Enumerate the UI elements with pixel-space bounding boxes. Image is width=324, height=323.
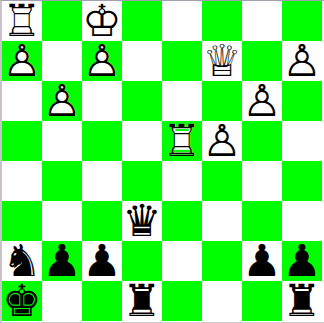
square-a8[interactable]: ♜♖ xyxy=(2,1,42,41)
piece-black-queen: ♛ xyxy=(122,201,162,241)
piece-black-pawn: ♟ xyxy=(42,241,82,281)
square-h5[interactable] xyxy=(282,121,322,161)
piece-white-queen-fill: ♛ xyxy=(202,41,242,81)
piece-white-pawn: ♙ xyxy=(82,41,122,81)
square-g3[interactable] xyxy=(242,201,282,241)
square-f7[interactable]: ♛♕ xyxy=(202,41,242,81)
piece-black-knight: ♞ xyxy=(2,241,42,281)
piece-white-king-fill: ♚ xyxy=(82,1,122,41)
piece-white-pawn-fill: ♟ xyxy=(82,41,122,81)
piece-black-rook: ♜ xyxy=(282,281,322,321)
piece-white-pawn-fill: ♟ xyxy=(2,41,42,81)
piece-white-pawn: ♙ xyxy=(282,41,322,81)
square-e4[interactable] xyxy=(162,161,202,201)
square-c5[interactable] xyxy=(82,121,122,161)
square-b2[interactable]: ♟ xyxy=(42,241,82,281)
piece-white-pawn-fill: ♟ xyxy=(42,81,82,121)
piece-white-rook-fill: ♜ xyxy=(2,1,42,41)
square-d1[interactable]: ♜ xyxy=(122,281,162,321)
square-c3[interactable] xyxy=(82,201,122,241)
square-f4[interactable] xyxy=(202,161,242,201)
square-g4[interactable] xyxy=(242,161,282,201)
piece-black-pawn: ♟ xyxy=(242,241,282,281)
square-h1[interactable]: ♜ xyxy=(282,281,322,321)
square-a1[interactable]: ♚ xyxy=(2,281,42,321)
square-a4[interactable] xyxy=(2,161,42,201)
chess-board: ♜♖♚♔♟♙♟♙♛♕♟♙♟♙♟♙♜♖♟♙♛♞♟♟♟♟♚♜♜ xyxy=(2,1,322,321)
square-d2[interactable] xyxy=(122,241,162,281)
square-f6[interactable] xyxy=(202,81,242,121)
piece-white-rook: ♖ xyxy=(2,1,42,41)
square-b5[interactable] xyxy=(42,121,82,161)
square-h4[interactable] xyxy=(282,161,322,201)
square-g6[interactable]: ♟♙ xyxy=(242,81,282,121)
square-d3[interactable]: ♛ xyxy=(122,201,162,241)
square-d7[interactable] xyxy=(122,41,162,81)
square-g8[interactable] xyxy=(242,1,282,41)
square-h6[interactable] xyxy=(282,81,322,121)
piece-white-king: ♔ xyxy=(82,1,122,41)
square-e2[interactable] xyxy=(162,241,202,281)
piece-white-pawn-fill: ♟ xyxy=(242,81,282,121)
square-g5[interactable] xyxy=(242,121,282,161)
square-d5[interactable] xyxy=(122,121,162,161)
piece-white-pawn: ♙ xyxy=(42,81,82,121)
square-a6[interactable] xyxy=(2,81,42,121)
square-b1[interactable] xyxy=(42,281,82,321)
square-h3[interactable] xyxy=(282,201,322,241)
square-c1[interactable] xyxy=(82,281,122,321)
square-f1[interactable] xyxy=(202,281,242,321)
piece-white-pawn: ♙ xyxy=(2,41,42,81)
square-b4[interactable] xyxy=(42,161,82,201)
piece-white-pawn-fill: ♟ xyxy=(202,121,242,161)
square-e1[interactable] xyxy=(162,281,202,321)
square-e6[interactable] xyxy=(162,81,202,121)
square-c8[interactable]: ♚♔ xyxy=(82,1,122,41)
square-c2[interactable]: ♟ xyxy=(82,241,122,281)
square-f5[interactable]: ♟♙ xyxy=(202,121,242,161)
piece-white-rook: ♖ xyxy=(162,121,202,161)
square-a5[interactable] xyxy=(2,121,42,161)
piece-black-king: ♚ xyxy=(2,281,42,321)
square-e7[interactable] xyxy=(162,41,202,81)
square-h8[interactable] xyxy=(282,1,322,41)
piece-white-pawn: ♙ xyxy=(242,81,282,121)
piece-white-rook-fill: ♜ xyxy=(162,121,202,161)
square-g2[interactable]: ♟ xyxy=(242,241,282,281)
square-a7[interactable]: ♟♙ xyxy=(2,41,42,81)
square-h7[interactable]: ♟♙ xyxy=(282,41,322,81)
piece-white-queen: ♕ xyxy=(202,41,242,81)
piece-black-pawn: ♟ xyxy=(82,241,122,281)
square-h2[interactable]: ♟ xyxy=(282,241,322,281)
square-b7[interactable] xyxy=(42,41,82,81)
piece-black-pawn: ♟ xyxy=(282,241,322,281)
square-e3[interactable] xyxy=(162,201,202,241)
square-f3[interactable] xyxy=(202,201,242,241)
square-c6[interactable] xyxy=(82,81,122,121)
square-c7[interactable]: ♟♙ xyxy=(82,41,122,81)
square-c4[interactable] xyxy=(82,161,122,201)
square-g1[interactable] xyxy=(242,281,282,321)
square-d4[interactable] xyxy=(122,161,162,201)
square-b8[interactable] xyxy=(42,1,82,41)
piece-white-pawn: ♙ xyxy=(202,121,242,161)
piece-black-rook: ♜ xyxy=(122,281,162,321)
board-frame: ♜♖♚♔♟♙♟♙♛♕♟♙♟♙♟♙♜♖♟♙♛♞♟♟♟♟♚♜♜ xyxy=(0,0,324,323)
piece-white-pawn-fill: ♟ xyxy=(282,41,322,81)
square-d8[interactable] xyxy=(122,1,162,41)
square-e8[interactable] xyxy=(162,1,202,41)
square-a2[interactable]: ♞ xyxy=(2,241,42,281)
square-b6[interactable]: ♟♙ xyxy=(42,81,82,121)
square-g7[interactable] xyxy=(242,41,282,81)
square-f8[interactable] xyxy=(202,1,242,41)
square-a3[interactable] xyxy=(2,201,42,241)
square-e5[interactable]: ♜♖ xyxy=(162,121,202,161)
square-d6[interactable] xyxy=(122,81,162,121)
square-b3[interactable] xyxy=(42,201,82,241)
square-f2[interactable] xyxy=(202,241,242,281)
